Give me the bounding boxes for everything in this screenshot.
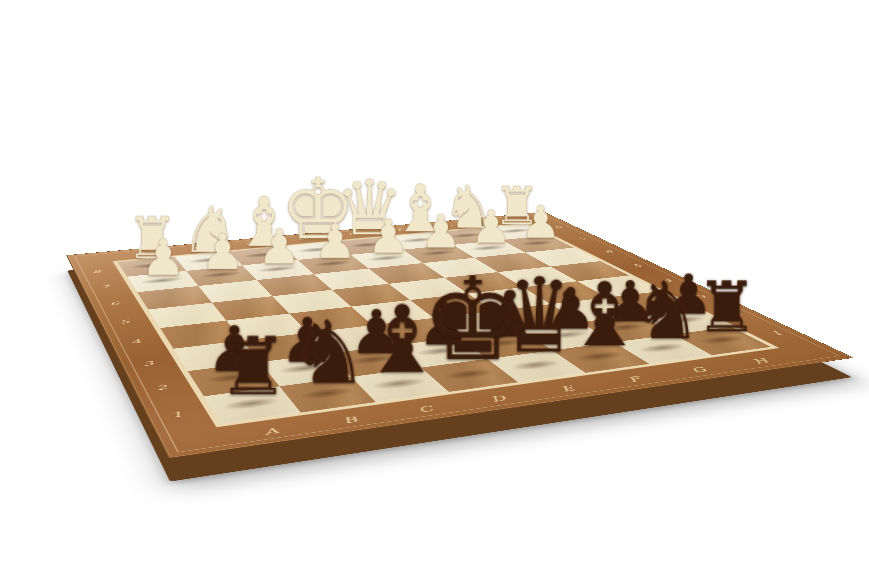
rank-label-1: 1 (169, 410, 185, 419)
file-label-c: C (414, 404, 436, 414)
file-label-a: A (261, 426, 281, 437)
file-label-h: H (748, 357, 773, 365)
file-label-d: D (486, 394, 509, 404)
white-pawn-a7[interactable]: ♟ (106, 232, 221, 282)
file-label-f: F (624, 375, 646, 384)
chess-board-photo: ABCDEFGH ABCDEFGH 87654321 87654321 ♜♞♝♚… (0, 0, 869, 588)
rank-label-2: 2 (154, 384, 169, 392)
file-label-e: E (557, 384, 579, 393)
file-label-g: G (687, 366, 711, 375)
rank-label-7: 7 (99, 284, 110, 289)
dark-rook-a1[interactable]: ♜ (177, 327, 330, 407)
rank-label-4: 4 (129, 338, 142, 344)
rank-label-6: 6 (602, 250, 616, 254)
rank-label-6: 6 (108, 301, 120, 306)
file-label-b: B (339, 415, 360, 425)
rank-label-8: 8 (91, 269, 102, 274)
rank-label-5: 5 (118, 319, 130, 325)
chessboard: ABCDEFGH ABCDEFGH 87654321 87654321 ♜♞♝♚… (66, 212, 854, 459)
rank-label-3: 3 (141, 360, 155, 367)
